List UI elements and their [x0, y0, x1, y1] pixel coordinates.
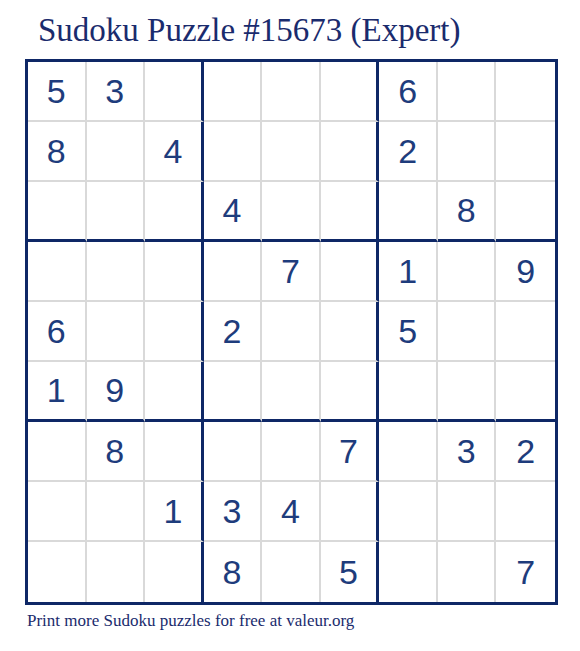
cell-r5c2 [87, 302, 146, 362]
cell-r7c7 [379, 422, 438, 482]
cell-r5c4: 2 [204, 302, 263, 362]
cell-r7c6: 7 [321, 422, 380, 482]
cell-r8c4: 3 [204, 482, 263, 542]
given-digit: 2 [222, 312, 241, 351]
given-digit: 8 [105, 432, 124, 471]
cell-r2c1: 8 [28, 122, 87, 182]
cell-r2c8 [438, 122, 497, 182]
cell-r8c5: 4 [262, 482, 321, 542]
cell-r9c9: 7 [496, 542, 555, 602]
cell-r8c6 [321, 482, 380, 542]
given-digit: 9 [105, 371, 124, 410]
cell-r2c9 [496, 122, 555, 182]
cell-r4c3 [145, 242, 204, 302]
cell-r3c9 [496, 182, 555, 242]
cell-r3c4: 4 [204, 182, 263, 242]
cell-r2c2 [87, 122, 146, 182]
cell-r1c4 [204, 62, 263, 122]
cell-r4c5: 7 [262, 242, 321, 302]
cell-r7c9: 2 [496, 422, 555, 482]
cell-r4c7: 1 [379, 242, 438, 302]
cell-r2c7: 2 [379, 122, 438, 182]
cell-r5c5 [262, 302, 321, 362]
cell-r8c2 [87, 482, 146, 542]
cell-r6c1: 1 [28, 362, 87, 422]
cell-r3c1 [28, 182, 87, 242]
cell-r7c4 [204, 422, 263, 482]
cell-r7c3 [145, 422, 204, 482]
cell-r6c4 [204, 362, 263, 422]
cell-r4c8 [438, 242, 497, 302]
cell-r1c2: 3 [87, 62, 146, 122]
sudoku-grid: 53684248719625198732134857 [25, 59, 558, 605]
cell-r4c2 [87, 242, 146, 302]
cell-r6c3 [145, 362, 204, 422]
cell-r9c3 [145, 542, 204, 602]
cell-r1c9 [496, 62, 555, 122]
cell-r4c9: 9 [496, 242, 555, 302]
footer-text: Print more Sudoku puzzles for free at va… [27, 610, 354, 632]
cell-r4c1 [28, 242, 87, 302]
cell-r1c8 [438, 62, 497, 122]
cell-r3c5 [262, 182, 321, 242]
cell-r7c1 [28, 422, 87, 482]
given-digit: 4 [281, 492, 300, 531]
given-digit: 2 [516, 432, 535, 471]
cell-r8c8 [438, 482, 497, 542]
given-digit: 3 [105, 72, 124, 111]
given-digit: 8 [222, 553, 241, 592]
given-digit: 5 [398, 312, 417, 351]
given-digit: 8 [457, 191, 476, 230]
cell-r9c6: 5 [321, 542, 380, 602]
given-digit: 3 [222, 492, 241, 531]
cell-r2c6 [321, 122, 380, 182]
cell-r9c2 [87, 542, 146, 602]
given-digit: 5 [339, 553, 358, 592]
cell-r1c5 [262, 62, 321, 122]
given-digit: 7 [339, 432, 358, 471]
cell-r3c2 [87, 182, 146, 242]
cell-r6c9 [496, 362, 555, 422]
cell-r8c9 [496, 482, 555, 542]
cell-r4c6 [321, 242, 380, 302]
cell-r9c5 [262, 542, 321, 602]
given-digit: 1 [163, 492, 182, 531]
cell-r9c8 [438, 542, 497, 602]
cell-r8c3: 1 [145, 482, 204, 542]
cell-r5c6 [321, 302, 380, 362]
cell-r9c4: 8 [204, 542, 263, 602]
cell-r8c7 [379, 482, 438, 542]
given-digit: 8 [47, 132, 66, 171]
given-digit: 7 [281, 252, 300, 291]
cell-r5c9 [496, 302, 555, 362]
given-digit: 6 [47, 312, 66, 351]
cell-r2c4 [204, 122, 263, 182]
page-title: Sudoku Puzzle #15673 (Expert) [38, 11, 461, 51]
cell-r8c1 [28, 482, 87, 542]
cell-r9c7 [379, 542, 438, 602]
cell-r5c8 [438, 302, 497, 362]
given-digit: 2 [398, 132, 417, 171]
cell-r7c8: 3 [438, 422, 497, 482]
cell-r6c6 [321, 362, 380, 422]
cell-r1c1: 5 [28, 62, 87, 122]
cell-r6c5 [262, 362, 321, 422]
cell-r4c4 [204, 242, 263, 302]
cell-r1c3 [145, 62, 204, 122]
given-digit: 1 [47, 371, 66, 410]
given-digit: 4 [163, 132, 182, 171]
cell-r5c1: 6 [28, 302, 87, 362]
page: Sudoku Puzzle #15673 (Expert) 5368424871… [0, 0, 580, 651]
cell-r2c3: 4 [145, 122, 204, 182]
cell-r5c7: 5 [379, 302, 438, 362]
cell-r5c3 [145, 302, 204, 362]
cell-r6c8 [438, 362, 497, 422]
cell-r3c7 [379, 182, 438, 242]
given-digit: 1 [398, 252, 417, 291]
cell-r2c5 [262, 122, 321, 182]
cell-r6c2: 9 [87, 362, 146, 422]
given-digit: 5 [47, 72, 66, 111]
given-digit: 9 [516, 252, 535, 291]
given-digit: 4 [222, 191, 241, 230]
cell-r7c2: 8 [87, 422, 146, 482]
cell-r3c8: 8 [438, 182, 497, 242]
given-digit: 6 [398, 72, 417, 111]
given-digit: 3 [457, 432, 476, 471]
cell-r3c6 [321, 182, 380, 242]
cell-r9c1 [28, 542, 87, 602]
given-digit: 7 [516, 553, 535, 592]
cell-r1c7: 6 [379, 62, 438, 122]
cell-r1c6 [321, 62, 380, 122]
cell-r3c3 [145, 182, 204, 242]
cell-r6c7 [379, 362, 438, 422]
cell-r7c5 [262, 422, 321, 482]
